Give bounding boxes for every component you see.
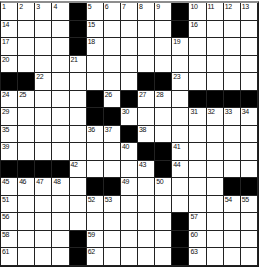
cell-r2c15[interactable]	[241, 21, 258, 39]
cell-r15c6[interactable]: 62	[87, 248, 104, 266]
clue-number-4: 4	[53, 3, 57, 11]
cell-r10c11[interactable]: 44	[172, 161, 189, 179]
cell-r5c8[interactable]	[121, 73, 138, 91]
cell-r2c4[interactable]	[52, 21, 69, 39]
cell-r11c5[interactable]	[70, 178, 87, 196]
cell-r3c9[interactable]	[138, 38, 155, 56]
black-square-r7c6	[87, 108, 104, 126]
cell-r14c6[interactable]: 59	[87, 231, 104, 249]
clue-number-59: 59	[88, 231, 95, 239]
cell-r3c3[interactable]	[35, 38, 52, 56]
clue-number-36: 36	[88, 126, 95, 134]
cell-r4c5[interactable]: 21	[70, 56, 87, 74]
cell-r4c13[interactable]	[207, 56, 224, 74]
clue-number-26: 26	[105, 91, 112, 99]
cell-r3c10[interactable]	[155, 38, 172, 56]
clue-number-34: 34	[242, 108, 249, 116]
crossword-grid: 1234567891011121314151617181920212223242…	[0, 1, 259, 267]
clue-number-44: 44	[173, 161, 180, 169]
cell-r5c12[interactable]	[189, 73, 206, 91]
cell-r13c7[interactable]	[104, 213, 121, 231]
cell-r12c11[interactable]	[172, 196, 189, 214]
cell-r3c11[interactable]: 19	[172, 38, 189, 56]
clue-number-18: 18	[88, 38, 95, 46]
cell-r13c8[interactable]	[121, 213, 138, 231]
cell-r8c3[interactable]	[35, 126, 52, 144]
cell-r1c12[interactable]: 10	[189, 3, 206, 21]
clue-number-14: 14	[2, 21, 9, 29]
cell-r5c4[interactable]	[52, 73, 69, 91]
clue-number-46: 46	[19, 178, 26, 186]
cell-r4c2[interactable]	[18, 56, 35, 74]
cell-r7c9[interactable]	[138, 108, 155, 126]
cell-r14c12[interactable]: 60	[189, 231, 206, 249]
cell-r9c4[interactable]	[52, 143, 69, 161]
cell-r15c7[interactable]	[104, 248, 121, 266]
clue-number-41: 41	[173, 143, 180, 151]
cell-r7c8[interactable]: 30	[121, 108, 138, 126]
cell-r8c4[interactable]	[52, 126, 69, 144]
cell-r8c1[interactable]: 35	[1, 126, 18, 144]
cell-r1c13[interactable]: 11	[207, 3, 224, 21]
clue-number-57: 57	[190, 213, 197, 221]
cell-r5c13[interactable]	[207, 73, 224, 91]
cell-r8c12[interactable]	[189, 126, 206, 144]
black-square-r6c13	[207, 91, 224, 109]
black-square-r8c8	[121, 126, 138, 144]
cell-r5c11[interactable]: 23	[172, 73, 189, 91]
cell-r3c1[interactable]: 17	[1, 38, 18, 56]
cell-r12c1[interactable]: 51	[1, 196, 18, 214]
cell-r1c1[interactable]: 1	[1, 3, 18, 21]
cell-r2c9[interactable]	[138, 21, 155, 39]
cell-r3c13[interactable]	[207, 38, 224, 56]
clue-number-56: 56	[2, 213, 9, 221]
cell-r14c1[interactable]: 58	[1, 231, 18, 249]
cell-r4c14[interactable]	[224, 56, 241, 74]
cell-r8c13[interactable]	[207, 126, 224, 144]
cell-r14c7[interactable]	[104, 231, 121, 249]
cell-r1c3[interactable]: 3	[35, 3, 52, 21]
clue-number-5: 5	[88, 3, 92, 11]
clue-number-51: 51	[2, 196, 9, 204]
cell-r6c3[interactable]	[35, 91, 52, 109]
black-square-r5c9	[138, 73, 155, 91]
black-square-r5c10	[155, 73, 172, 91]
cell-r10c13[interactable]	[207, 161, 224, 179]
cell-r15c4[interactable]	[52, 248, 69, 266]
cell-r3c12[interactable]	[189, 38, 206, 56]
black-square-r6c8	[121, 91, 138, 109]
cell-r11c11[interactable]	[172, 178, 189, 196]
clue-number-13: 13	[242, 3, 249, 11]
crossword-page: 1234567891011121314151617181920212223242…	[0, 0, 261, 270]
cell-r4c3[interactable]	[35, 56, 52, 74]
cell-r7c15[interactable]: 34	[241, 108, 258, 126]
cell-r10c15[interactable]	[241, 161, 258, 179]
cell-r6c5[interactable]	[70, 91, 87, 109]
cell-r6c7[interactable]: 26	[104, 91, 121, 109]
cell-r12c10[interactable]	[155, 196, 172, 214]
clue-number-10: 10	[190, 3, 197, 11]
cell-r11c9[interactable]	[138, 178, 155, 196]
clue-number-35: 35	[2, 126, 9, 134]
cell-r15c10[interactable]	[155, 248, 172, 266]
cell-r7c13[interactable]: 32	[207, 108, 224, 126]
cell-r5c6[interactable]	[87, 73, 104, 91]
black-square-r1c11	[172, 3, 189, 21]
cell-r14c10[interactable]	[155, 231, 172, 249]
black-square-r9c9	[138, 143, 155, 161]
cell-r12c6[interactable]: 52	[87, 196, 104, 214]
cell-r14c2[interactable]	[18, 231, 35, 249]
clue-number-22: 22	[36, 73, 43, 81]
cell-r8c14[interactable]	[224, 126, 241, 144]
black-square-r10c10	[155, 161, 172, 179]
cell-r1c7[interactable]: 6	[104, 3, 121, 21]
cell-r13c1[interactable]: 56	[1, 213, 18, 231]
cell-r10c5[interactable]: 42	[70, 161, 87, 179]
cell-r8c2[interactable]	[18, 126, 35, 144]
cell-r12c3[interactable]	[35, 196, 52, 214]
cell-r11c1[interactable]: 45	[1, 178, 18, 196]
cell-r11c4[interactable]: 48	[52, 178, 69, 196]
cell-r9c15[interactable]	[241, 143, 258, 161]
cell-r11c3[interactable]: 47	[35, 178, 52, 196]
black-square-r11c14	[224, 178, 241, 196]
cell-r4c15[interactable]	[241, 56, 258, 74]
cell-r9c1[interactable]: 39	[1, 143, 18, 161]
cell-r9c14[interactable]	[224, 143, 241, 161]
cell-r4c9[interactable]	[138, 56, 155, 74]
cell-r3c6[interactable]: 18	[87, 38, 104, 56]
cell-r12c12[interactable]	[189, 196, 206, 214]
black-square-r11c7	[104, 178, 121, 196]
cell-r4c12[interactable]	[189, 56, 206, 74]
clue-number-53: 53	[105, 196, 112, 204]
clue-number-15: 15	[88, 21, 95, 29]
cell-r7c10[interactable]	[155, 108, 172, 126]
cell-r15c14[interactable]	[224, 248, 241, 266]
black-square-r15c5	[70, 248, 87, 266]
cell-r15c13[interactable]	[207, 248, 224, 266]
cell-r10c9[interactable]: 43	[138, 161, 155, 179]
cell-r8c7[interactable]: 37	[104, 126, 121, 144]
cell-r2c10[interactable]	[155, 21, 172, 39]
cell-r15c2[interactable]	[18, 248, 35, 266]
cell-r3c7[interactable]	[104, 38, 121, 56]
black-square-r7c7	[104, 108, 121, 126]
black-square-r2c5	[70, 21, 87, 39]
cell-r13c14[interactable]	[224, 213, 241, 231]
cell-r11c8[interactable]: 49	[121, 178, 138, 196]
cell-r13c6[interactable]	[87, 213, 104, 231]
cell-r14c8[interactable]	[121, 231, 138, 249]
cell-r5c15[interactable]	[241, 73, 258, 91]
clue-number-19: 19	[173, 38, 180, 46]
cell-r4c10[interactable]	[155, 56, 172, 74]
cell-r4c8[interactable]	[121, 56, 138, 74]
cell-r6c2[interactable]: 25	[18, 91, 35, 109]
cell-r10c7[interactable]	[104, 161, 121, 179]
cell-r7c5[interactable]	[70, 108, 87, 126]
black-square-r10c2	[18, 161, 35, 179]
cell-r12c4[interactable]	[52, 196, 69, 214]
clue-number-11: 11	[208, 3, 214, 11]
clue-number-48: 48	[53, 178, 60, 186]
clue-number-49: 49	[122, 178, 129, 186]
black-square-r14c5	[70, 231, 87, 249]
black-square-r2c11	[172, 21, 189, 39]
cell-r6c11[interactable]	[172, 91, 189, 109]
cell-r3c15[interactable]	[241, 38, 258, 56]
clue-number-31: 31	[190, 108, 197, 116]
cell-r15c12[interactable]: 63	[189, 248, 206, 266]
cell-r12c8[interactable]	[121, 196, 138, 214]
cell-r14c15[interactable]	[241, 231, 258, 249]
cell-r9c5[interactable]	[70, 143, 87, 161]
cell-r4c1[interactable]: 20	[1, 56, 18, 74]
cell-r12c14[interactable]: 54	[224, 196, 241, 214]
cell-r9c12[interactable]	[189, 143, 206, 161]
cell-r15c15[interactable]	[241, 248, 258, 266]
clue-number-54: 54	[225, 196, 232, 204]
cell-r10c6[interactable]	[87, 161, 104, 179]
cell-r4c11[interactable]	[172, 56, 189, 74]
cell-r12c15[interactable]: 55	[241, 196, 258, 214]
black-square-r10c3	[35, 161, 52, 179]
cell-r14c3[interactable]	[35, 231, 52, 249]
cell-r8c6[interactable]: 36	[87, 126, 104, 144]
clue-number-23: 23	[173, 73, 180, 81]
cell-r7c2[interactable]	[18, 108, 35, 126]
cell-r15c8[interactable]	[121, 248, 138, 266]
cell-r2c1[interactable]: 14	[1, 21, 18, 39]
cell-r15c1[interactable]: 61	[1, 248, 18, 266]
clue-number-20: 20	[2, 56, 9, 64]
clue-number-58: 58	[2, 231, 9, 239]
cell-r9c6[interactable]	[87, 143, 104, 161]
black-square-r11c15	[241, 178, 258, 196]
clue-number-12: 12	[225, 3, 232, 11]
clue-number-40: 40	[122, 143, 129, 151]
cell-r13c10[interactable]	[155, 213, 172, 231]
black-square-r14c11	[172, 231, 189, 249]
clue-number-62: 62	[88, 248, 95, 256]
clue-number-21: 21	[71, 56, 78, 64]
cell-r15c9[interactable]	[138, 248, 155, 266]
clue-number-30: 30	[122, 108, 129, 116]
cell-r13c9[interactable]	[138, 213, 155, 231]
cell-r9c2[interactable]	[18, 143, 35, 161]
cell-r13c2[interactable]	[18, 213, 35, 231]
clue-number-28: 28	[156, 91, 163, 99]
black-square-r1c5	[70, 3, 87, 21]
cell-r1c10[interactable]: 9	[155, 3, 172, 21]
black-square-r5c2	[18, 73, 35, 91]
cell-r12c7[interactable]: 53	[104, 196, 121, 214]
cell-r3c2[interactable]	[18, 38, 35, 56]
cell-r2c12[interactable]: 16	[189, 21, 206, 39]
cell-r3c14[interactable]	[224, 38, 241, 56]
clue-number-32: 32	[208, 108, 215, 116]
cell-r2c7[interactable]	[104, 21, 121, 39]
cell-r2c14[interactable]	[224, 21, 241, 39]
black-square-r10c4	[52, 161, 69, 179]
cell-r4c7[interactable]	[104, 56, 121, 74]
cell-r5c7[interactable]	[104, 73, 121, 91]
clue-number-37: 37	[105, 126, 112, 134]
cell-r6c10[interactable]: 28	[155, 91, 172, 109]
cell-r2c6[interactable]: 15	[87, 21, 104, 39]
clue-number-33: 33	[225, 108, 232, 116]
cell-r6c9[interactable]: 27	[138, 91, 155, 109]
cell-r7c12[interactable]: 31	[189, 108, 206, 126]
clue-number-9: 9	[156, 3, 160, 11]
clue-number-42: 42	[71, 161, 78, 169]
cell-r14c14[interactable]	[224, 231, 241, 249]
cell-r15c3[interactable]	[35, 248, 52, 266]
black-square-r3c5	[70, 38, 87, 56]
clue-number-63: 63	[190, 248, 197, 256]
clue-number-43: 43	[139, 161, 146, 169]
cell-r4c4[interactable]	[52, 56, 69, 74]
black-square-r13c11	[172, 213, 189, 231]
cell-r14c9[interactable]	[138, 231, 155, 249]
cell-r11c12[interactable]	[189, 178, 206, 196]
clue-number-27: 27	[139, 91, 146, 99]
cell-r12c13[interactable]	[207, 196, 224, 214]
clue-number-47: 47	[36, 178, 43, 186]
cell-r13c13[interactable]	[207, 213, 224, 231]
cell-r2c8[interactable]	[121, 21, 138, 39]
cell-r13c15[interactable]	[241, 213, 258, 231]
black-square-r11c6	[87, 178, 104, 196]
black-square-r9c10	[155, 143, 172, 161]
clue-number-25: 25	[19, 91, 26, 99]
clue-number-55: 55	[242, 196, 249, 204]
clue-number-24: 24	[2, 91, 9, 99]
cell-r8c5[interactable]	[70, 126, 87, 144]
cell-r12c5[interactable]	[70, 196, 87, 214]
cell-r9c7[interactable]	[104, 143, 121, 161]
cell-r5c3[interactable]: 22	[35, 73, 52, 91]
cell-r1c14[interactable]: 12	[224, 3, 241, 21]
clue-number-38: 38	[139, 126, 146, 134]
cell-r1c6[interactable]: 5	[87, 3, 104, 21]
cell-r11c10[interactable]: 50	[155, 178, 172, 196]
black-square-r6c15	[241, 91, 258, 109]
black-square-r5c1	[1, 73, 18, 91]
clue-number-50: 50	[156, 178, 163, 186]
cell-r1c9[interactable]: 8	[138, 3, 155, 21]
black-square-r10c1	[1, 161, 18, 179]
clue-number-29: 29	[2, 108, 9, 116]
cell-r8c9[interactable]: 38	[138, 126, 155, 144]
cell-r1c15[interactable]: 13	[241, 3, 258, 21]
cell-r1c2[interactable]: 2	[18, 3, 35, 21]
clue-number-1: 1	[2, 3, 6, 11]
cell-r10c8[interactable]	[121, 161, 138, 179]
cell-r11c13[interactable]	[207, 178, 224, 196]
cell-r2c2[interactable]	[18, 21, 35, 39]
cell-r7c11[interactable]	[172, 108, 189, 126]
cell-r3c4[interactable]	[52, 38, 69, 56]
cell-r8c11[interactable]	[172, 126, 189, 144]
cell-r13c3[interactable]	[35, 213, 52, 231]
clue-number-52: 52	[88, 196, 95, 204]
clue-number-17: 17	[2, 38, 9, 46]
clue-number-45: 45	[2, 178, 9, 186]
cell-r11c2[interactable]: 46	[18, 178, 35, 196]
cell-r12c2[interactable]	[18, 196, 35, 214]
black-square-r6c14	[224, 91, 241, 109]
cell-r12c9[interactable]	[138, 196, 155, 214]
cell-r1c4[interactable]: 4	[52, 3, 69, 21]
cell-r1c8[interactable]: 7	[121, 3, 138, 21]
cell-r7c14[interactable]: 33	[224, 108, 241, 126]
cell-r8c15[interactable]	[241, 126, 258, 144]
cell-r13c12[interactable]: 57	[189, 213, 206, 231]
black-square-r6c6	[87, 91, 104, 109]
cell-r4c6[interactable]	[87, 56, 104, 74]
cell-r5c5[interactable]	[70, 73, 87, 91]
cell-r7c1[interactable]: 29	[1, 108, 18, 126]
cell-r8c10[interactable]	[155, 126, 172, 144]
cell-r2c13[interactable]	[207, 21, 224, 39]
black-square-r15c11	[172, 248, 189, 266]
cell-r2c3[interactable]	[35, 21, 52, 39]
cell-r9c13[interactable]	[207, 143, 224, 161]
clue-number-3: 3	[36, 3, 40, 11]
cell-r9c8[interactable]: 40	[121, 143, 138, 161]
cell-r5c14[interactable]	[224, 73, 241, 91]
cell-r10c14[interactable]	[224, 161, 241, 179]
cell-r6c4[interactable]	[52, 91, 69, 109]
cell-r9c3[interactable]	[35, 143, 52, 161]
cell-r7c3[interactable]	[35, 108, 52, 126]
clue-number-2: 2	[19, 3, 23, 11]
clue-number-60: 60	[190, 231, 197, 239]
cell-r13c5[interactable]	[70, 213, 87, 231]
cell-r13c4[interactable]	[52, 213, 69, 231]
clue-number-61: 61	[2, 248, 9, 256]
cell-r14c13[interactable]	[207, 231, 224, 249]
cell-r10c12[interactable]	[189, 161, 206, 179]
clue-number-16: 16	[190, 21, 197, 29]
clue-number-8: 8	[139, 3, 143, 11]
clue-number-39: 39	[2, 143, 9, 151]
cell-r3c8[interactable]	[121, 38, 138, 56]
clue-number-6: 6	[105, 3, 109, 11]
cell-r6c1[interactable]: 24	[1, 91, 18, 109]
cell-r9c11[interactable]: 41	[172, 143, 189, 161]
clue-number-7: 7	[122, 3, 126, 11]
black-square-r6c12	[189, 91, 206, 109]
cell-r14c4[interactable]	[52, 231, 69, 249]
cell-r7c4[interactable]	[52, 108, 69, 126]
